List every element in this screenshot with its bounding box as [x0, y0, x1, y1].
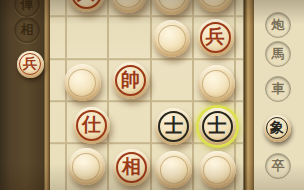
captured-piece-black-象: 象 — [264, 115, 291, 142]
piece-character: 相 — [122, 157, 141, 176]
piece-r3c0-red-仕[interactable]: 仕 — [73, 107, 110, 144]
piece-character: 仕 — [82, 115, 101, 134]
board-cell-r1c1[interactable] — [107, 16, 149, 58]
piece-r1c3-red-兵[interactable]: 兵 — [197, 19, 234, 56]
piece-r3c2-black-士[interactable]: 士 — [155, 108, 192, 145]
piece-character: 象 — [270, 120, 284, 134]
piece-r2c0-facedown[interactable] — [64, 64, 101, 101]
piece-character: 兵 — [23, 56, 37, 70]
captured-engraving-車: 車 — [265, 76, 291, 102]
board-cell-r2c2[interactable] — [150, 58, 192, 100]
piece-r2c3-facedown[interactable] — [198, 65, 235, 102]
captured-engraving-炮: 炮 — [265, 12, 291, 38]
piece-r4c0-facedown[interactable] — [68, 148, 105, 185]
captured-piece-red-兵: 兵 — [17, 51, 44, 78]
piece-r4c3-facedown[interactable] — [199, 151, 236, 188]
piece-character: 兵 — [206, 27, 225, 46]
board-cell-r1c0[interactable] — [65, 16, 107, 58]
board-frame-right-edge — [243, 0, 254, 190]
piece-character: 帥 — [121, 70, 140, 89]
piece-r3c3-black-士[interactable]: 士 — [199, 108, 236, 145]
xiangqi-banqi-screen: 兵兵帥仕士士相 俥相兵炮馬車象卒 — [0, 0, 304, 190]
captured-engraving-卒: 卒 — [265, 153, 291, 179]
piece-character: 士 — [208, 116, 227, 135]
board-frame-left-edge — [43, 0, 50, 190]
board-cell-r3c1[interactable] — [107, 100, 149, 142]
piece-character: 士 — [164, 116, 183, 135]
captured-engraving-馬: 馬 — [265, 41, 291, 67]
piece-character: 兵 — [77, 0, 96, 2]
captured-engraving-相: 相 — [14, 17, 40, 43]
piece-r4c1-red-相[interactable]: 相 — [113, 149, 150, 186]
